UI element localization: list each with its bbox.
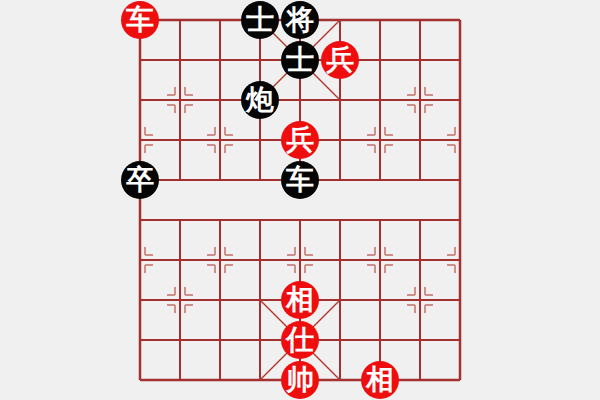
xiangqi-board: 车士将士兵炮兵卒车相仕帅相	[0, 0, 600, 400]
intersection-4-1: 士	[280, 40, 320, 80]
intersection-4-3: 兵	[280, 120, 320, 160]
intersection-6-9: 相	[360, 360, 400, 400]
intersection-4-4: 车	[280, 160, 320, 200]
piece-black-advisor[interactable]: 士	[281, 41, 319, 79]
intersection-0-4: 卒	[120, 160, 160, 200]
piece-red-advisor[interactable]: 仕	[281, 321, 319, 359]
piece-red-soldier[interactable]: 兵	[321, 41, 359, 79]
intersection-4-0: 将	[280, 0, 320, 40]
piece-black-cannon[interactable]: 炮	[241, 81, 279, 119]
intersection-4-8: 仕	[280, 320, 320, 360]
piece-red-elephant[interactable]: 相	[281, 281, 319, 319]
piece-black-advisor[interactable]: 士	[241, 1, 279, 39]
intersection-5-1: 兵	[320, 40, 360, 80]
intersection-4-7: 相	[280, 280, 320, 320]
intersection-0-0: 车	[120, 0, 160, 40]
intersection-4-9: 帅	[280, 360, 320, 400]
piece-black-chariot[interactable]: 车	[281, 161, 319, 199]
piece-red-soldier[interactable]: 兵	[281, 121, 319, 159]
intersection-3-0: 士	[240, 0, 280, 40]
piece-black-soldier[interactable]: 卒	[121, 161, 159, 199]
piece-red-chariot[interactable]: 车	[121, 1, 159, 39]
intersection-3-2: 炮	[240, 80, 280, 120]
piece-red-general[interactable]: 帅	[281, 361, 319, 399]
piece-red-elephant[interactable]: 相	[361, 361, 399, 399]
piece-black-general[interactable]: 将	[281, 1, 319, 39]
piece-grid: 车士将士兵炮兵卒车相仕帅相	[120, 0, 480, 400]
